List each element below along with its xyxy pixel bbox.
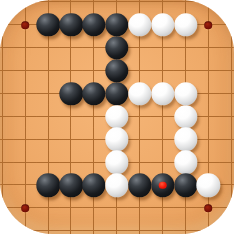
board-cell[interactable]: [174, 82, 197, 105]
star-point: [22, 21, 30, 29]
board-cell[interactable]: [197, 105, 220, 128]
board-cell[interactable]: [60, 197, 83, 220]
board-cell[interactable]: [60, 128, 83, 151]
black-stone: [151, 173, 174, 196]
board-cell[interactable]: [220, 128, 234, 151]
board-cell[interactable]: [60, 14, 83, 37]
board-cell[interactable]: [83, 151, 106, 174]
black-stone: [105, 59, 128, 82]
board-cell[interactable]: [83, 14, 106, 37]
board-cell[interactable]: [60, 220, 83, 234]
board-cell[interactable]: [83, 36, 106, 59]
white-stone: [105, 173, 128, 196]
board-cell[interactable]: [220, 105, 234, 128]
board-cell[interactable]: [174, 197, 197, 220]
board-cell[interactable]: [83, 197, 106, 220]
black-stone: [59, 13, 82, 36]
board-cell[interactable]: [151, 82, 174, 105]
black-stone: [82, 13, 105, 36]
board-cell[interactable]: [197, 59, 220, 82]
white-stone: [197, 173, 220, 196]
board-cell[interactable]: [83, 82, 106, 105]
board-cell[interactable]: [105, 105, 128, 128]
board-cell[interactable]: [105, 174, 128, 197]
white-stone: [174, 151, 197, 174]
board-cell[interactable]: [14, 82, 37, 105]
board-cell[interactable]: [105, 197, 128, 220]
board-cell[interactable]: [105, 59, 128, 82]
board-cell[interactable]: [0, 59, 14, 82]
board-cell[interactable]: [128, 0, 151, 14]
board-cell[interactable]: [14, 59, 37, 82]
board-cell[interactable]: [220, 197, 234, 220]
board-cell[interactable]: [60, 174, 83, 197]
board-cell[interactable]: [105, 0, 128, 14]
board-cell[interactable]: [174, 174, 197, 197]
board-cell[interactable]: [14, 0, 37, 14]
board-cell[interactable]: [197, 128, 220, 151]
board-cell[interactable]: [14, 197, 37, 220]
board-cell[interactable]: [220, 174, 234, 197]
white-stone: [105, 151, 128, 174]
board-cell[interactable]: [14, 128, 37, 151]
board-cell[interactable]: [197, 0, 220, 14]
white-stone: [151, 13, 174, 36]
black-stone: [105, 36, 128, 59]
board-cell[interactable]: [174, 14, 197, 37]
board-cell[interactable]: [128, 128, 151, 151]
black-stone: [82, 82, 105, 105]
board-cell[interactable]: [37, 174, 60, 197]
board-cell[interactable]: [37, 151, 60, 174]
board-cell[interactable]: [174, 128, 197, 151]
board-cell[interactable]: [83, 105, 106, 128]
board-cell[interactable]: [174, 59, 197, 82]
board-cell[interactable]: [151, 128, 174, 151]
black-stone: [105, 13, 128, 36]
star-point: [22, 204, 30, 212]
board-cell[interactable]: [60, 0, 83, 14]
board-cell[interactable]: [37, 36, 60, 59]
board-cell[interactable]: [37, 59, 60, 82]
board-cell[interactable]: [37, 128, 60, 151]
black-stone: [174, 173, 197, 196]
white-stone: [128, 82, 151, 105]
board-cell[interactable]: [151, 0, 174, 14]
board-cell[interactable]: [128, 220, 151, 234]
board-cell[interactable]: [37, 197, 60, 220]
board-cell[interactable]: [128, 174, 151, 197]
board-cell[interactable]: [83, 59, 106, 82]
board-cell[interactable]: [37, 105, 60, 128]
board-cell[interactable]: [14, 220, 37, 234]
board-cell[interactable]: [0, 220, 14, 234]
board-cell[interactable]: [60, 151, 83, 174]
white-stone: [128, 13, 151, 36]
white-stone: [174, 128, 197, 151]
board-cell[interactable]: [174, 151, 197, 174]
board-cell[interactable]: [197, 174, 220, 197]
go-board: [0, 0, 234, 234]
black-stone: [82, 173, 105, 196]
board-cell[interactable]: [105, 151, 128, 174]
board-cell[interactable]: [197, 82, 220, 105]
black-stone: [37, 173, 60, 196]
board-cell[interactable]: [14, 14, 37, 37]
board-cell[interactable]: [128, 36, 151, 59]
board-cell[interactable]: [105, 128, 128, 151]
board-cell[interactable]: [151, 36, 174, 59]
board-cell[interactable]: [60, 82, 83, 105]
white-stone: [105, 128, 128, 151]
board-cell[interactable]: [128, 151, 151, 174]
board-cell[interactable]: [105, 82, 128, 105]
board-cell[interactable]: [60, 36, 83, 59]
black-stone: [37, 13, 60, 36]
board-cell[interactable]: [151, 174, 174, 197]
star-point: [205, 204, 213, 212]
board-cell[interactable]: [220, 36, 234, 59]
board-cell[interactable]: [105, 220, 128, 234]
board-cell[interactable]: [14, 105, 37, 128]
board-cell[interactable]: [197, 220, 220, 234]
board-cell[interactable]: [60, 105, 83, 128]
board-cell[interactable]: [0, 197, 14, 220]
board-cell[interactable]: [0, 105, 14, 128]
board-cell[interactable]: [128, 59, 151, 82]
white-stone: [105, 105, 128, 128]
board-cell[interactable]: [151, 197, 174, 220]
board-cell[interactable]: [220, 0, 234, 14]
board-cell[interactable]: [0, 36, 14, 59]
board-cell[interactable]: [128, 14, 151, 37]
black-stone: [59, 173, 82, 196]
board-cell[interactable]: [151, 105, 174, 128]
board-cell[interactable]: [0, 82, 14, 105]
white-stone: [174, 82, 197, 105]
board-cell[interactable]: [220, 59, 234, 82]
board-cell[interactable]: [197, 151, 220, 174]
board-cell[interactable]: [60, 59, 83, 82]
black-stone: [59, 82, 82, 105]
board-cell[interactable]: [37, 220, 60, 234]
board-cell[interactable]: [151, 14, 174, 37]
board-cell[interactable]: [83, 128, 106, 151]
board-cell[interactable]: [174, 105, 197, 128]
board-cell[interactable]: [105, 36, 128, 59]
board-cell[interactable]: [128, 197, 151, 220]
board-cell[interactable]: [83, 220, 106, 234]
board-cell[interactable]: [0, 174, 14, 197]
board-cell[interactable]: [0, 14, 14, 37]
board-cell[interactable]: [197, 14, 220, 37]
white-stone: [174, 13, 197, 36]
board-cell[interactable]: [220, 14, 234, 37]
board-cell[interactable]: [0, 0, 14, 14]
black-stone: [128, 173, 151, 196]
star-point: [205, 21, 213, 29]
board-cell[interactable]: [83, 174, 106, 197]
board-cell[interactable]: [14, 36, 37, 59]
board-cell[interactable]: [197, 36, 220, 59]
gomoku-app-icon[interactable]: [0, 0, 234, 234]
white-stone: [174, 105, 197, 128]
board-cell[interactable]: [14, 151, 37, 174]
white-stone: [151, 82, 174, 105]
board-cell[interactable]: [0, 151, 14, 174]
board-cell[interactable]: [151, 59, 174, 82]
board-cell[interactable]: [151, 151, 174, 174]
black-stone: [105, 82, 128, 105]
board-cell[interactable]: [83, 0, 106, 14]
board-cell[interactable]: [14, 174, 37, 197]
board-cell[interactable]: [128, 105, 151, 128]
board-cell[interactable]: [37, 82, 60, 105]
last-move-marker: [159, 182, 166, 189]
board-cell[interactable]: [0, 128, 14, 151]
board-cell[interactable]: [105, 14, 128, 37]
board-cell[interactable]: [174, 220, 197, 234]
board-cell[interactable]: [128, 82, 151, 105]
board-cell[interactable]: [220, 82, 234, 105]
board-cell[interactable]: [37, 0, 60, 14]
screenshot-stage: [0, 0, 234, 234]
board-cell[interactable]: [151, 220, 174, 234]
board-cell[interactable]: [220, 151, 234, 174]
board-cell[interactable]: [197, 197, 220, 220]
board-cell[interactable]: [220, 220, 234, 234]
board-cell[interactable]: [174, 36, 197, 59]
board-cell[interactable]: [174, 0, 197, 14]
board-cell[interactable]: [37, 14, 60, 37]
